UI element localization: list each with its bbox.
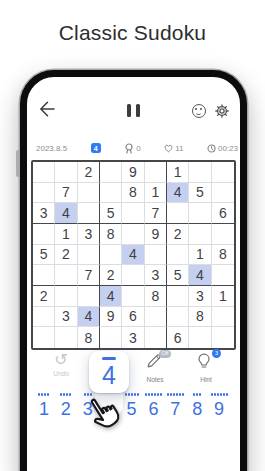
cell-r9c5[interactable]: 3 [122, 327, 144, 348]
cell-r3c8[interactable] [189, 203, 211, 224]
cell-r7c2[interactable] [55, 286, 77, 307]
cell-r2c2[interactable]: 7 [55, 183, 77, 204]
cell-r3c1[interactable]: 3 [33, 203, 55, 224]
level-badge: 4 [91, 143, 101, 153]
cell-r4c9[interactable] [212, 224, 234, 245]
cell-r2c6[interactable]: 1 [145, 183, 167, 204]
remaining-tally [38, 393, 49, 396]
date-label: 2023.8.5 [36, 144, 67, 153]
back-arrow-icon [38, 100, 56, 118]
cell-r3c6[interactable]: 7 [145, 203, 167, 224]
cell-r2c3[interactable] [78, 183, 100, 204]
emoji-theme-icon[interactable] [192, 104, 206, 118]
cell-r8c6[interactable] [145, 307, 167, 328]
cell-r7c8[interactable]: 3 [189, 286, 211, 307]
cell-r4c1[interactable] [33, 224, 55, 245]
keypad-digit: 7 [170, 399, 180, 419]
cell-r6c5[interactable] [122, 265, 144, 286]
undo-icon: ↺ [38, 353, 84, 367]
cell-r7c1[interactable]: 2 [33, 286, 55, 307]
cell-r8c1[interactable] [33, 307, 55, 328]
cell-r2c8[interactable]: 5 [189, 183, 211, 204]
cell-r9c6[interactable] [145, 327, 167, 348]
cell-r6c7[interactable]: 5 [167, 265, 189, 286]
cell-r3c9[interactable]: 6 [212, 203, 234, 224]
trophy-count: 0 [136, 144, 140, 153]
cell-r4c5[interactable] [122, 224, 144, 245]
cell-r7c5[interactable] [122, 286, 144, 307]
keypad: 123456789 [33, 393, 230, 419]
pause-icon [127, 104, 131, 117]
cell-r2c1[interactable] [33, 183, 55, 204]
cell-r5c9[interactable]: 8 [212, 245, 234, 266]
cell-r1c1[interactable] [33, 162, 55, 183]
keypad-digit: 8 [192, 399, 202, 419]
cell-r6c4[interactable]: 2 [100, 265, 122, 286]
cell-r2c4[interactable] [100, 183, 122, 204]
trophy-icon [124, 143, 134, 154]
cell-r7c9[interactable]: 1 [212, 286, 234, 307]
cell-r1c7[interactable]: 1 [167, 162, 189, 183]
cell-r6c2[interactable] [55, 265, 77, 286]
cell-r8c9[interactable] [212, 307, 234, 328]
pause-button[interactable] [127, 104, 140, 117]
keypad-digit: 1 [39, 399, 49, 419]
undo-label: Undo [38, 370, 84, 377]
keypad-digit: 2 [61, 399, 71, 419]
cell-r7c6[interactable]: 8 [145, 286, 167, 307]
cell-r5c2[interactable]: 2 [55, 245, 77, 266]
cell-r5c6[interactable] [145, 245, 167, 266]
cell-r9c1[interactable] [33, 327, 55, 348]
cell-r9c2[interactable] [55, 327, 77, 348]
cell-r5c8[interactable]: 1 [189, 245, 211, 266]
cell-r6c6[interactable]: 3 [145, 265, 167, 286]
cell-r6c8[interactable]: 4 [189, 265, 211, 286]
cell-r8c4[interactable]: 9 [100, 307, 122, 328]
cell-r2c9[interactable] [212, 183, 234, 204]
keypad-key-8[interactable]: 8 [186, 393, 208, 419]
cell-r8c5[interactable]: 6 [122, 307, 144, 328]
cell-r9c9[interactable] [212, 327, 234, 348]
keypad-digit: 6 [148, 399, 158, 419]
cell-r4c6[interactable]: 9 [145, 224, 167, 245]
cell-r3c3[interactable] [78, 203, 100, 224]
cell-r1c6[interactable] [145, 162, 167, 183]
cell-r7c3[interactable] [78, 286, 100, 307]
app-store-screenshot: { "game": "sudoku", "position": "..2.9.1… [0, 0, 265, 471]
cell-r5c5[interactable]: 4 [122, 245, 144, 266]
status-bar: 2023.8.5 4 0 11 00:23 [36, 142, 238, 154]
keypad-key-6[interactable]: 6 [142, 393, 164, 419]
remaining-tally [193, 393, 201, 396]
cell-r4c8[interactable] [189, 224, 211, 245]
cell-r5c4[interactable] [100, 245, 122, 266]
undo-button[interactable]: ↺ Undo [38, 353, 84, 377]
back-button[interactable] [38, 100, 56, 118]
cell-r6c1[interactable] [33, 265, 55, 286]
hint-label: Hint [183, 376, 229, 383]
cell-r9c8[interactable] [189, 327, 211, 348]
cell-r7c4[interactable]: 4 [100, 286, 122, 307]
cell-r8c7[interactable] [167, 307, 189, 328]
cell-r5c1[interactable]: 5 [33, 245, 55, 266]
timer: 00:23 [207, 144, 238, 153]
notes-off-badge: Off [159, 350, 171, 358]
heart-count: 11 [175, 144, 183, 153]
sudoku-board: 2917814534576138925241872354248313496883… [31, 160, 236, 350]
cell-r8c8[interactable]: 8 [189, 307, 211, 328]
timer-value: 00:23 [218, 144, 238, 153]
clock-icon [207, 144, 216, 153]
cell-r1c5[interactable]: 9 [122, 162, 144, 183]
remaining-tally [60, 393, 71, 396]
hint-button[interactable]: 3 Hint [183, 353, 229, 383]
hand-cursor-icon [83, 391, 127, 441]
phone-frame: 2023.8.5 4 0 11 00:23 [20, 70, 247, 471]
cell-r9c3[interactable]: 8 [78, 327, 100, 348]
selected-number-popup[interactable]: 4 [89, 351, 129, 393]
keypad-digit: 5 [127, 399, 137, 419]
cell-r4c2[interactable]: 1 [55, 224, 77, 245]
remaining-tally [211, 393, 228, 396]
cell-r8c2[interactable]: 3 [55, 307, 77, 328]
trophy-counter: 0 [124, 143, 140, 154]
cell-r2c5[interactable]: 8 [122, 183, 144, 204]
remaining-tally [145, 393, 162, 396]
cell-r1c9[interactable] [212, 162, 234, 183]
notes-label: Notes [132, 376, 178, 383]
cell-r9c7[interactable]: 6 [167, 327, 189, 348]
heart-icon [164, 144, 173, 153]
cell-r5c3[interactable] [78, 245, 100, 266]
keypad-key-1[interactable]: 1 [33, 393, 55, 419]
keypad-key-9[interactable]: 9 [208, 393, 230, 419]
cell-r1c3[interactable]: 2 [78, 162, 100, 183]
remaining-tally [167, 393, 184, 396]
cell-r2c7[interactable]: 4 [167, 183, 189, 204]
popup-value: 4 [102, 360, 116, 390]
page-title: Classic Sudoku [0, 21, 265, 45]
cell-r3c2[interactable]: 4 [55, 203, 77, 224]
keypad-key-7[interactable]: 7 [164, 393, 186, 419]
cell-r1c2[interactable] [55, 162, 77, 183]
cell-r1c4[interactable] [100, 162, 122, 183]
cell-r4c4[interactable]: 8 [100, 224, 122, 245]
notes-button[interactable]: Off Notes [132, 353, 178, 383]
hint-count-badge: 3 [212, 349, 221, 358]
cell-r5c7[interactable] [167, 245, 189, 266]
cell-r3c5[interactable] [122, 203, 144, 224]
cell-r6c3[interactable]: 7 [78, 265, 100, 286]
cell-r8c3[interactable]: 4 [78, 307, 100, 328]
hint-bulb-icon [197, 353, 211, 369]
cell-r3c7[interactable] [167, 203, 189, 224]
cell-r6c9[interactable] [212, 265, 234, 286]
keypad-key-2[interactable]: 2 [55, 393, 77, 419]
cell-r3c4[interactable]: 5 [100, 203, 122, 224]
keypad-digit: 9 [214, 399, 224, 419]
heart-counter: 11 [164, 144, 183, 153]
cell-r1c8[interactable] [189, 162, 211, 183]
settings-gear-icon[interactable] [215, 104, 229, 118]
cell-r9c4[interactable] [100, 327, 122, 348]
cell-r7c7[interactable] [167, 286, 189, 307]
cell-r4c3[interactable]: 3 [78, 224, 100, 245]
cell-r4c7[interactable]: 2 [167, 224, 189, 245]
